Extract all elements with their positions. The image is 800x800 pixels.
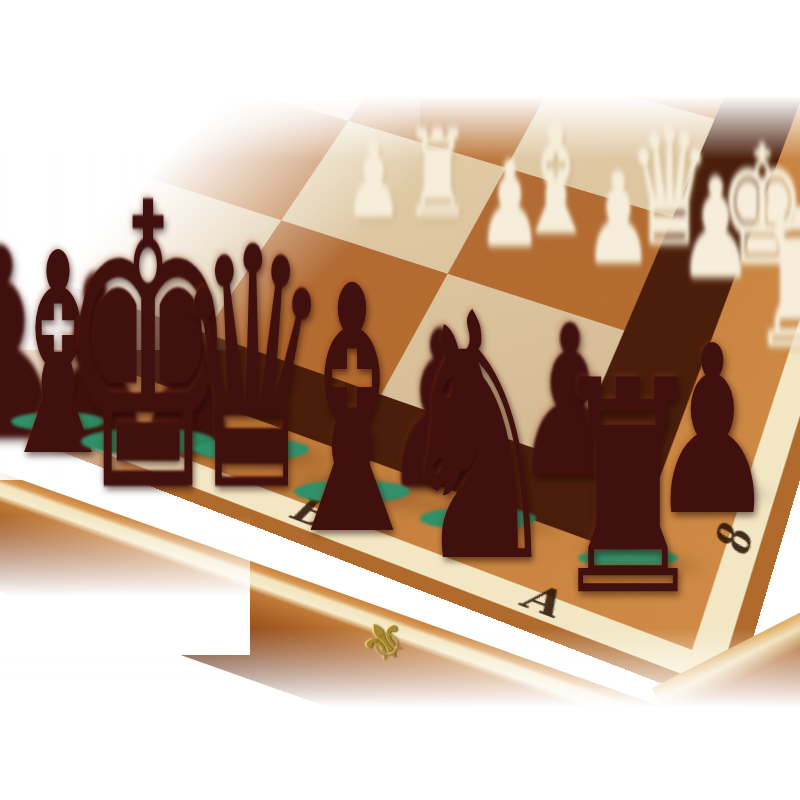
white-pawn: ♟ (581, 157, 656, 282)
chess-set-photo: ABCDEF 8 ⚜ ♟♜♟♝♟♛♟♚♜ ♟♟♝♚♟♛♝♟♞♟♜♟ (0, 0, 800, 800)
dark-rook: ♜ (540, 342, 716, 636)
